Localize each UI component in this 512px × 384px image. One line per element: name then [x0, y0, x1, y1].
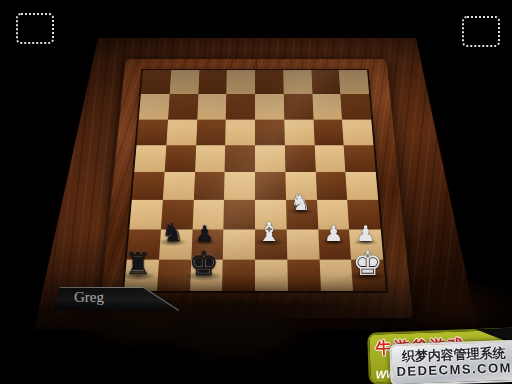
black-knight[interactable]: ♞: [161, 220, 184, 246]
white-knight[interactable]: ♞: [290, 191, 311, 214]
black-king[interactable]: ♚: [189, 246, 219, 280]
black-pawn[interactable]: ♟: [195, 223, 214, 244]
pieces-layer: ♜♞♟♚♝♞♟♟♚: [0, 0, 512, 384]
watermark-silver-sticker: 织梦内容管理系统 DEDECMS.COM: [389, 340, 512, 384]
game-screen: ♜♞♟♚♝♞♟♟♚ Greg 牛游爸游戏 WWW 织梦内容管理系统 DEDECM…: [0, 0, 512, 384]
dotted-square-icon-left: [16, 13, 54, 44]
white-king[interactable]: ♚: [353, 246, 383, 280]
player-name-label: Greg: [74, 289, 104, 306]
white-pawn[interactable]: ♟: [324, 223, 343, 244]
white-pawn[interactable]: ♟: [356, 223, 375, 244]
white-bishop[interactable]: ♝: [257, 219, 281, 246]
dotted-square-icon-right: [462, 16, 500, 47]
black-rook[interactable]: ♜: [125, 249, 152, 279]
watermark-cms-domain: DEDECMS.COM: [392, 360, 512, 379]
